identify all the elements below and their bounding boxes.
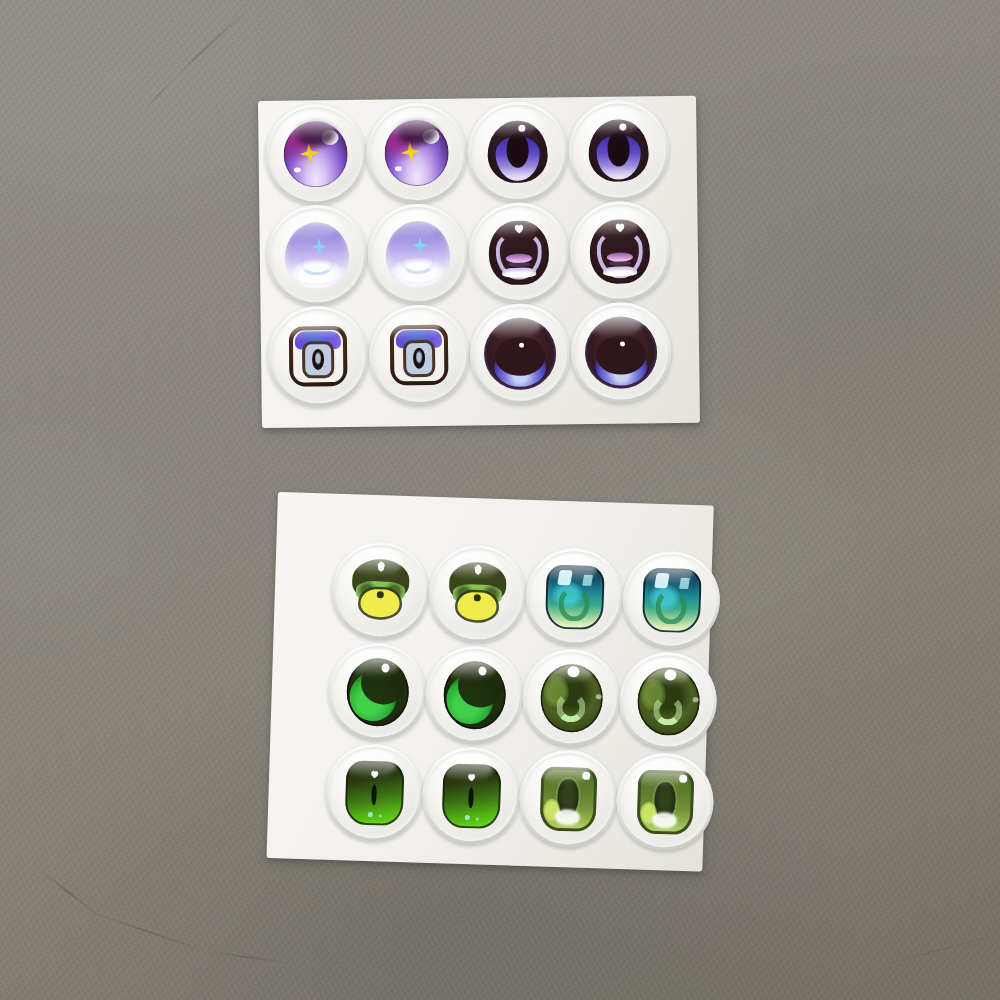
eye-art-teal-gloss <box>641 567 701 633</box>
eye-art-layer <box>506 133 529 168</box>
surface-crack <box>139 74 178 114</box>
eye-art-layer <box>293 330 344 382</box>
eye-art-layer <box>356 581 405 604</box>
eye-art-layer <box>399 140 421 164</box>
eye-art-maroon-moon <box>585 316 658 389</box>
eye-art-layer <box>596 135 641 179</box>
eye-art-layer <box>423 128 440 143</box>
eye-art-layer <box>495 231 542 280</box>
eye-art-layer <box>620 342 625 347</box>
eye-art-green-owl <box>444 560 510 628</box>
cabochon-plum-heart <box>569 201 670 302</box>
eye-art-olive-ring <box>636 666 700 736</box>
eye-art-layer <box>640 801 658 825</box>
eye-art-layer <box>654 573 670 588</box>
cabochon-maroon-moon <box>570 302 671 403</box>
eye-art-lavender-sparkle <box>385 221 450 288</box>
eye-art-olive-ring <box>539 663 603 733</box>
eye-art-layer <box>607 253 633 262</box>
eye-art-layer <box>396 330 443 349</box>
cabochon-emerald-crescent <box>424 645 524 745</box>
surface-crack <box>174 5 251 77</box>
cabochon-blue-robot <box>369 304 470 405</box>
eye-art-layer <box>502 267 536 278</box>
eye-art-layer <box>302 341 335 378</box>
eye-art-layer <box>394 329 445 381</box>
cabochon-teal-gloss <box>524 547 624 647</box>
eye-art-layer <box>449 561 507 604</box>
eye-art-layer <box>544 675 570 708</box>
eye-art-layer <box>312 238 327 255</box>
eye-art-layer <box>413 237 428 254</box>
eye-art-layer <box>479 666 487 675</box>
eye-art-layer <box>595 347 647 387</box>
eye-art-layer <box>495 137 540 181</box>
eye-art-layer <box>556 692 587 723</box>
eye-art-layer <box>603 266 637 277</box>
cabochon-violet-cat <box>467 101 568 202</box>
cabochon-grid-top <box>258 96 672 407</box>
eye-art-layer <box>567 666 579 677</box>
eye-art-violet-cat <box>487 120 548 183</box>
cabochon-emerald-crescent <box>327 642 427 742</box>
cabochon-violet-cat <box>568 100 669 201</box>
eye-art-layer <box>557 570 573 585</box>
eye-art-layer <box>298 141 320 165</box>
eye-art-layer <box>397 120 437 146</box>
cabochon-sage-slit <box>615 752 715 852</box>
surface-crack <box>94 912 206 952</box>
eye-art-layer <box>664 669 676 680</box>
eye-art-layer <box>401 250 435 274</box>
cabochon-purple-galaxy <box>265 104 366 205</box>
eye-art-layer <box>519 343 524 348</box>
eye-art-purple-galaxy <box>384 120 449 187</box>
surface-crack <box>39 869 97 915</box>
cabochon-blue-robot <box>268 306 369 407</box>
eye-art-layer <box>382 663 390 672</box>
eye-art-layer <box>654 782 675 818</box>
cabochon-plum-heart <box>468 202 569 303</box>
eye-art-blue-robot <box>390 325 449 386</box>
eye-sheet-bottom <box>267 492 714 872</box>
eye-art-sage-slit <box>539 766 597 832</box>
eye-art-violet-cat <box>588 119 649 182</box>
cabochon-maroon-moon <box>470 303 571 404</box>
eye-art-layer <box>557 779 578 815</box>
cabochon-lavender-sparkle <box>367 203 468 304</box>
eye-art-plum-heart <box>488 220 549 285</box>
eye-art-layer <box>652 695 683 726</box>
eye-art-layer <box>468 787 474 809</box>
cabochon-green-cat <box>324 743 424 843</box>
cabochon-grid-bottom <box>267 492 723 852</box>
cabochon-teal-gloss <box>621 550 721 650</box>
eye-art-layer <box>641 678 667 711</box>
eye-art-layer <box>296 121 336 147</box>
cabochon-lavender-sparkle <box>266 205 367 306</box>
eye-art-layer <box>495 336 546 375</box>
eye-art-layer <box>543 798 561 822</box>
cabochon-olive-ring <box>618 651 718 751</box>
surface-crack <box>876 932 1000 968</box>
eye-art-layer <box>467 773 476 781</box>
eye-art-layer <box>446 675 495 725</box>
eye-art-layer <box>300 251 334 275</box>
eye-art-layer <box>555 809 580 826</box>
cabochon-sage-slit <box>518 749 618 849</box>
eye-art-emerald-crescent <box>442 660 506 730</box>
eye-art-green-cat <box>344 760 404 826</box>
eye-art-purple-galaxy <box>283 121 348 188</box>
eye-art-maroon-moon <box>484 317 557 390</box>
eye-art-layer <box>352 558 410 601</box>
eye-art-blue-robot <box>289 326 348 387</box>
eye-art-lavender-sparkle <box>284 222 349 289</box>
eye-art-layer <box>371 784 377 806</box>
cabochon-green-owl <box>427 544 527 644</box>
eye-art-layer <box>619 124 626 131</box>
eye-art-layer <box>552 581 583 609</box>
eye-art-layer <box>596 335 647 374</box>
eye-art-layer <box>361 661 407 706</box>
eye-art-layer <box>607 132 630 167</box>
eye-art-layer <box>494 348 546 388</box>
eye-art-green-owl <box>347 557 413 625</box>
eye-art-layer <box>519 125 526 132</box>
eye-art-layer <box>453 584 502 607</box>
eye-art-layer <box>392 258 443 282</box>
eye-art-green-cat <box>441 763 501 829</box>
eye-art-emerald-crescent <box>345 657 409 727</box>
eye-art-layer <box>464 815 469 820</box>
cabochon-purple-galaxy <box>366 102 467 203</box>
eye-art-layer <box>458 664 504 709</box>
eye-sheet-top <box>258 96 700 428</box>
eye-art-layer <box>368 812 373 817</box>
cabochon-green-owl <box>330 541 430 641</box>
cabochon-olive-ring <box>521 648 621 748</box>
eye-art-layer <box>655 589 686 624</box>
eye-art-plum-heart <box>589 219 650 284</box>
eye-art-layer <box>649 584 680 612</box>
eye-art-layer <box>370 770 379 778</box>
eye-art-layer <box>360 589 399 618</box>
eye-art-sage-slit <box>636 769 694 835</box>
eye-art-teal-gloss <box>544 564 604 630</box>
cabochon-green-cat <box>421 746 521 846</box>
eye-art-layer <box>596 230 643 279</box>
eye-art-layer <box>652 812 677 829</box>
eye-art-layer <box>349 672 398 722</box>
eye-art-layer <box>559 586 590 621</box>
eye-art-layer <box>506 254 532 263</box>
eye-art-layer <box>322 130 339 145</box>
photo-scene <box>0 0 1000 1000</box>
surface-crack <box>204 950 293 965</box>
eye-art-layer <box>295 331 342 350</box>
eye-art-layer <box>291 259 342 283</box>
eye-art-layer <box>457 592 496 621</box>
eye-art-layer <box>403 340 436 377</box>
